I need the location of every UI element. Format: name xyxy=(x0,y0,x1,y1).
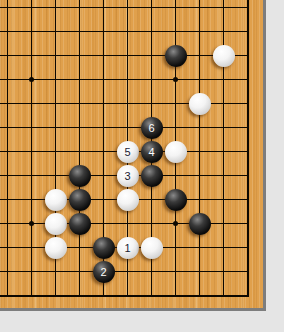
go-board-diagram: 654312 13121110987654321 JKLMNOPQRST xyxy=(0,0,284,332)
stone-black-n2[interactable]: 2 xyxy=(93,261,115,283)
stone-white-s11[interactable] xyxy=(213,45,235,67)
stone-white-o6[interactable]: 3 xyxy=(117,165,139,187)
grid-vertical-line xyxy=(199,0,200,297)
stone-white-o3[interactable]: 1 xyxy=(117,237,139,259)
stone-white-r9[interactable] xyxy=(189,93,211,115)
stone-black-p7[interactable]: 4 xyxy=(141,141,163,163)
stone-black-m6[interactable] xyxy=(69,165,91,187)
move-number: 3 xyxy=(117,165,139,187)
grid-horizontal-line xyxy=(0,223,249,224)
grid-horizontal-line xyxy=(0,7,249,8)
grid-horizontal-line xyxy=(0,103,249,104)
grid-horizontal-line xyxy=(0,127,249,128)
stone-white-o7[interactable]: 5 xyxy=(117,141,139,163)
grid-vertical-line xyxy=(79,0,80,297)
stone-black-n3[interactable] xyxy=(93,237,115,259)
stone-black-m5[interactable] xyxy=(69,189,91,211)
stone-white-q7[interactable] xyxy=(165,141,187,163)
grid-horizontal-line xyxy=(0,271,249,272)
row-labels-strip: 13121110987654321 xyxy=(266,0,284,332)
grid-vertical-line xyxy=(7,0,8,297)
grid-horizontal-line xyxy=(0,295,249,297)
stone-white-l3[interactable] xyxy=(45,237,67,259)
stone-white-l4[interactable] xyxy=(45,213,67,235)
stone-black-r4[interactable] xyxy=(189,213,211,235)
stone-white-p3[interactable] xyxy=(141,237,163,259)
grid-horizontal-line xyxy=(0,79,249,80)
stone-black-m4[interactable] xyxy=(69,213,91,235)
star-point-k4 xyxy=(29,221,34,226)
stone-black-q11[interactable] xyxy=(165,45,187,67)
column-labels-strip: JKLMNOPQRST xyxy=(0,311,263,332)
star-point-k10 xyxy=(29,77,34,82)
move-number: 6 xyxy=(141,117,163,139)
move-number: 1 xyxy=(117,237,139,259)
stone-white-o5[interactable] xyxy=(117,189,139,211)
move-number: 4 xyxy=(141,141,163,163)
stone-black-p6[interactable] xyxy=(141,165,163,187)
goban[interactable]: 654312 xyxy=(0,0,263,308)
star-point-q10 xyxy=(173,77,178,82)
move-number: 5 xyxy=(117,141,139,163)
stone-white-l5[interactable] xyxy=(45,189,67,211)
move-number: 2 xyxy=(93,261,115,283)
stone-black-p8[interactable]: 6 xyxy=(141,117,163,139)
stone-black-q5[interactable] xyxy=(165,189,187,211)
star-point-q4 xyxy=(173,221,178,226)
grid-horizontal-line xyxy=(0,31,249,32)
grid-horizontal-line xyxy=(0,55,249,56)
grid-vertical-line xyxy=(247,0,249,297)
grid-vertical-line xyxy=(31,0,32,297)
